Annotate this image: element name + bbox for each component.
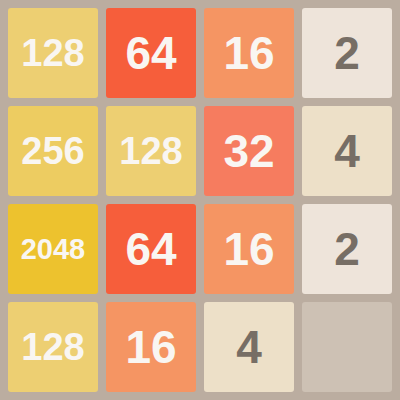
- tile: 16: [204, 204, 294, 294]
- game-board-2048[interactable]: 128 64 16 2 256 128 32 4 2048 64 16 2 12…: [0, 0, 400, 400]
- tile: 32: [204, 106, 294, 196]
- tile: 128: [8, 8, 98, 98]
- tile: 64: [106, 8, 196, 98]
- tile: 4: [302, 106, 392, 196]
- tile: 16: [204, 8, 294, 98]
- tile: 256: [8, 106, 98, 196]
- tile: 128: [106, 106, 196, 196]
- tile: 64: [106, 204, 196, 294]
- tile: 2: [302, 8, 392, 98]
- tile: [302, 302, 392, 392]
- tile: 2048: [8, 204, 98, 294]
- tile: 16: [106, 302, 196, 392]
- tile: 128: [8, 302, 98, 392]
- tile: 2: [302, 204, 392, 294]
- tile: 4: [204, 302, 294, 392]
